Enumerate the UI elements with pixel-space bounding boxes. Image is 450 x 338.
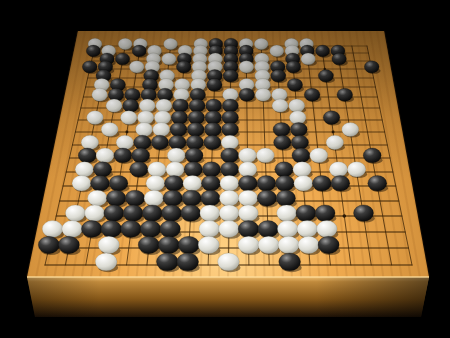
stone-black[interactable] [353, 205, 373, 221]
hoshi-point [332, 131, 335, 134]
stone-black[interactable] [368, 175, 387, 191]
stone-black[interactable] [169, 135, 187, 149]
stone-white[interactable] [239, 61, 254, 73]
hoshi-point [343, 214, 347, 218]
stone-white[interactable] [98, 236, 119, 253]
stone-black[interactable] [132, 148, 150, 163]
stone-white[interactable] [297, 221, 318, 238]
stone-black[interactable] [158, 236, 179, 253]
stone-black[interactable] [187, 123, 204, 137]
stone-black[interactable] [275, 175, 294, 191]
stone-white[interactable] [256, 148, 274, 163]
stone-black[interactable] [315, 205, 335, 221]
stone-white[interactable] [162, 53, 177, 65]
stone-black[interactable] [222, 99, 238, 112]
stone-white[interactable] [166, 162, 184, 177]
stone-black[interactable] [318, 236, 339, 253]
stone-black[interactable] [93, 162, 111, 177]
stone-white[interactable] [219, 190, 239, 206]
stone-black[interactable] [134, 135, 152, 149]
stone-white[interactable] [101, 123, 118, 137]
stone-black[interactable] [221, 148, 239, 163]
stone-black[interactable] [292, 148, 310, 163]
stone-black[interactable] [186, 135, 204, 149]
stone-black[interactable] [238, 221, 259, 238]
stone-white[interactable] [255, 88, 271, 101]
stone-white[interactable] [87, 111, 104, 125]
stone-black[interactable] [86, 45, 100, 57]
stone-black[interactable] [312, 175, 331, 191]
stone-white[interactable] [310, 148, 328, 163]
stone-black[interactable] [363, 148, 381, 163]
stone-black[interactable] [257, 175, 276, 191]
stone-black[interactable] [151, 135, 169, 149]
stone-white[interactable] [238, 205, 258, 221]
stone-white[interactable] [156, 99, 172, 112]
stone-white[interactable] [136, 123, 153, 137]
stone-black[interactable] [123, 99, 139, 112]
stone-black[interactable] [337, 88, 353, 101]
stone-white[interactable] [92, 88, 108, 101]
stone-white[interactable] [116, 135, 134, 149]
stone-white[interactable] [289, 111, 306, 125]
stone-white[interactable] [278, 236, 299, 253]
stone-white[interactable] [219, 205, 239, 221]
stone-white[interactable] [329, 162, 347, 177]
goban-3d-render [0, 0, 450, 338]
stone-white[interactable] [221, 135, 239, 149]
stone-black[interactable] [207, 78, 222, 91]
stone-white[interactable] [148, 162, 166, 177]
stone-black[interactable] [121, 221, 142, 238]
stone-black[interactable] [138, 236, 159, 253]
stone-white[interactable] [277, 221, 298, 238]
stone-black[interactable] [114, 148, 132, 163]
stone-white[interactable] [258, 236, 279, 253]
stone-white[interactable] [289, 99, 305, 112]
stone-white[interactable] [183, 175, 202, 191]
stone-white[interactable] [62, 221, 83, 238]
stone-white[interactable] [238, 162, 256, 177]
stone-black[interactable] [115, 53, 130, 65]
stone-black[interactable] [202, 162, 220, 177]
stone-black[interactable] [142, 205, 162, 221]
stone-white[interactable] [95, 253, 117, 271]
stone-black[interactable] [273, 123, 290, 137]
stone-white[interactable] [239, 148, 257, 163]
stone-white[interactable] [277, 205, 297, 221]
stone-black[interactable] [239, 88, 255, 101]
stone-black[interactable] [123, 205, 143, 221]
stone-white[interactable] [85, 205, 105, 221]
stone-black[interactable] [296, 205, 316, 221]
stone-black[interactable] [130, 162, 148, 177]
stone-white[interactable] [137, 111, 154, 125]
stone-black[interactable] [170, 123, 187, 137]
stone-white[interactable] [342, 123, 359, 137]
stone-white[interactable] [199, 221, 220, 238]
stone-white[interactable] [96, 148, 114, 163]
stone-black[interactable] [163, 190, 183, 206]
stone-white[interactable] [146, 175, 165, 191]
stone-white[interactable] [139, 99, 155, 112]
stone-white[interactable] [238, 190, 258, 206]
stone-white[interactable] [72, 175, 91, 191]
stone-black[interactable] [364, 61, 379, 73]
hoshi-point [125, 131, 128, 134]
stone-black[interactable] [318, 70, 333, 82]
stone-white[interactable] [198, 236, 219, 253]
stone-black[interactable] [38, 236, 59, 253]
stone-white[interactable] [164, 38, 178, 49]
stone-black[interactable] [58, 236, 79, 253]
stone-black[interactable] [331, 175, 350, 191]
stone-black[interactable] [125, 190, 145, 206]
stone-black[interactable] [290, 123, 307, 137]
stone-white[interactable] [200, 205, 220, 221]
stone-black[interactable] [189, 99, 205, 112]
stone-black[interactable] [223, 70, 238, 82]
stone-black[interactable] [156, 253, 178, 271]
board-front-face-shading [27, 277, 429, 317]
stone-black[interactable] [315, 45, 329, 57]
stone-black[interactable] [221, 123, 238, 137]
stone-black[interactable] [109, 175, 128, 191]
stone-black[interactable] [204, 123, 221, 137]
stone-black[interactable] [201, 175, 220, 191]
stone-black[interactable] [271, 70, 286, 82]
stone-black[interactable] [104, 205, 124, 221]
stone-white[interactable] [154, 111, 171, 125]
stone-black[interactable] [185, 148, 203, 163]
stone-white[interactable] [238, 236, 259, 253]
stone-white[interactable] [317, 221, 338, 238]
stone-black[interactable] [287, 78, 302, 91]
stone-white[interactable] [347, 162, 365, 177]
stone-black[interactable] [323, 111, 340, 125]
stone-black[interactable] [177, 253, 199, 271]
stone-white[interactable] [301, 53, 316, 65]
stone-white[interactable] [42, 221, 63, 238]
stone-white[interactable] [120, 111, 137, 125]
stone-white[interactable] [153, 123, 170, 137]
stone-white[interactable] [294, 175, 313, 191]
stone-black[interactable] [206, 99, 222, 112]
stone-black[interactable] [140, 221, 161, 238]
stone-black[interactable] [106, 190, 126, 206]
stone-black[interactable] [201, 190, 221, 206]
stone-white[interactable] [220, 175, 239, 191]
stone-black[interactable] [275, 162, 293, 177]
stone-black[interactable] [257, 190, 277, 206]
stone-black[interactable] [274, 135, 292, 149]
stone-white[interactable] [270, 45, 284, 57]
stone-white[interactable] [167, 148, 185, 163]
stone-black[interactable] [291, 135, 309, 149]
stone-white[interactable] [298, 236, 319, 253]
stone-white[interactable] [218, 253, 240, 271]
stone-black[interactable] [132, 45, 146, 57]
stone-black[interactable] [78, 148, 96, 163]
stone-black[interactable] [178, 236, 199, 253]
stone-black[interactable] [332, 53, 347, 65]
stone-white[interactable] [81, 135, 99, 149]
stone-white[interactable] [75, 162, 93, 177]
stone-black[interactable] [258, 221, 279, 238]
stone-black[interactable] [172, 99, 188, 112]
stone-black[interactable] [82, 61, 97, 73]
stone-black[interactable] [184, 162, 202, 177]
stone-white[interactable] [219, 221, 240, 238]
stone-white[interactable] [293, 162, 311, 177]
stone-black[interactable] [220, 162, 238, 177]
stone-white[interactable] [118, 38, 132, 49]
stone-black[interactable] [276, 190, 296, 206]
goban-scene [0, 0, 450, 338]
stone-black[interactable] [171, 111, 188, 125]
stone-white[interactable] [129, 61, 144, 73]
stone-black[interactable] [91, 175, 110, 191]
stone-white[interactable] [88, 190, 108, 206]
stone-black[interactable] [160, 221, 181, 238]
stone-black[interactable] [164, 175, 183, 191]
stone-black[interactable] [182, 190, 202, 206]
stone-black[interactable] [176, 61, 191, 73]
stone-white[interactable] [65, 205, 85, 221]
stone-black[interactable] [304, 88, 320, 101]
stone-black[interactable] [286, 61, 301, 73]
stone-black[interactable] [181, 205, 201, 221]
stone-black[interactable] [161, 205, 181, 221]
stone-white[interactable] [254, 38, 268, 49]
stone-black[interactable] [238, 175, 257, 191]
stone-white[interactable] [326, 135, 344, 149]
stone-white[interactable] [106, 99, 122, 112]
stone-white[interactable] [272, 99, 288, 112]
stone-white[interactable] [144, 190, 164, 206]
stone-black[interactable] [101, 221, 122, 238]
stone-black[interactable] [279, 253, 301, 271]
stone-black[interactable] [204, 135, 222, 149]
stone-black[interactable] [81, 221, 102, 238]
